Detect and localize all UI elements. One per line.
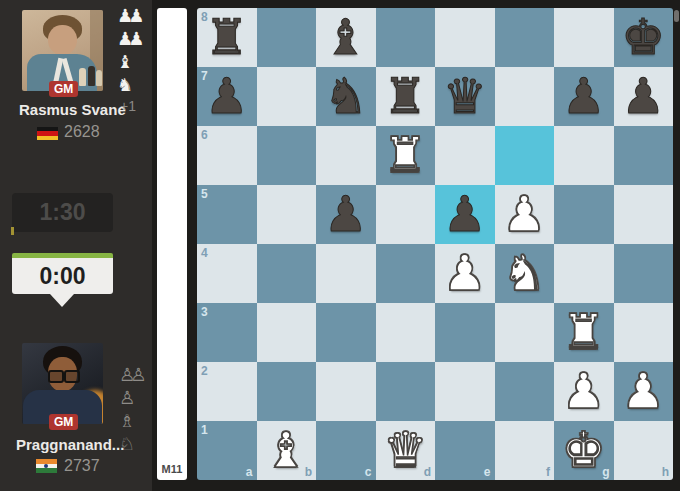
square-e2[interactable] (435, 362, 495, 421)
square-a1[interactable]: 1a (197, 421, 257, 480)
square-f5[interactable]: ♟ (495, 185, 555, 244)
square-b5[interactable] (257, 185, 317, 244)
piece-white-pawn[interactable]: ♟ (495, 185, 555, 244)
player-name-top: Rasmus Svane (19, 101, 126, 118)
square-c7[interactable]: ♞ (316, 67, 376, 126)
square-h5[interactable] (614, 185, 674, 244)
square-h3[interactable] (614, 303, 674, 362)
square-b6[interactable] (257, 126, 317, 185)
square-d8[interactable] (376, 8, 436, 67)
rank-label-6: 6 (201, 129, 208, 141)
piece-white-rook[interactable]: ♜ (554, 303, 614, 362)
player-title-badge-bottom: GM (49, 414, 78, 430)
board-panel: M11 8♜♝♚7♟♞♜♛♟♟6♜5♟♟♟4♟♞3♜2♟♟1ab♝cd♛efg♚… (152, 0, 680, 491)
piece-black-pawn[interactable]: ♟ (197, 67, 257, 126)
square-d6[interactable]: ♜ (376, 126, 436, 185)
square-a8[interactable]: 8♜ (197, 8, 257, 67)
captured-knight-icon: ♘ (119, 432, 146, 455)
file-label-c: c (365, 466, 372, 478)
piece-black-king[interactable]: ♚ (614, 8, 674, 67)
material-score: +1 (120, 98, 136, 114)
square-d1[interactable]: d♛ (376, 421, 436, 480)
square-f2[interactable] (495, 362, 555, 421)
piece-white-queen[interactable]: ♛ (376, 421, 436, 480)
square-g6[interactable] (554, 126, 614, 185)
square-g5[interactable] (554, 185, 614, 244)
square-a3[interactable]: 3 (197, 303, 257, 362)
glasses-decor (64, 370, 80, 383)
photo-decor (96, 70, 102, 86)
square-e5[interactable]: ♟ (435, 185, 495, 244)
clock-bottom: 0:00 (12, 253, 113, 294)
square-h7[interactable]: ♟ (614, 67, 674, 126)
square-d3[interactable] (376, 303, 436, 362)
square-f1[interactable]: f (495, 421, 555, 480)
square-b1[interactable]: b♝ (257, 421, 317, 480)
square-c2[interactable] (316, 362, 376, 421)
square-c5[interactable]: ♟ (316, 185, 376, 244)
square-a6[interactable]: 6 (197, 126, 257, 185)
square-e7[interactable]: ♛ (435, 67, 495, 126)
india-flag-icon (36, 459, 57, 473)
square-b2[interactable] (257, 362, 317, 421)
piece-black-pawn[interactable]: ♟ (554, 67, 614, 126)
player-rating-top: 2628 (64, 123, 100, 141)
square-f4[interactable]: ♞ (495, 244, 555, 303)
captured-pawn-icon: ♟♟ (117, 27, 144, 50)
captured-pieces-top: ♟♟♟♟♝♞ (117, 4, 144, 96)
piece-black-pawn[interactable]: ♟ (435, 185, 495, 244)
piece-white-knight[interactable]: ♞ (495, 244, 555, 303)
chess-board[interactable]: 8♜♝♚7♟♞♜♛♟♟6♜5♟♟♟4♟♞3♜2♟♟1ab♝cd♛efg♚h (197, 8, 673, 480)
piece-white-pawn[interactable]: ♟ (435, 244, 495, 303)
square-a7[interactable]: 7♟ (197, 67, 257, 126)
photo-decor (79, 68, 86, 86)
piece-black-pawn[interactable]: ♟ (316, 185, 376, 244)
piece-white-king[interactable]: ♚ (554, 421, 614, 480)
rank-label-2: 2 (201, 365, 208, 377)
clock-progress-tick (11, 227, 14, 235)
square-h6[interactable] (614, 126, 674, 185)
square-a2[interactable]: 2 (197, 362, 257, 421)
clock-top: 1:30 (12, 193, 113, 232)
captured-knight-icon: ♞ (117, 73, 144, 96)
rank-label-5: 5 (201, 188, 208, 200)
square-a4[interactable]: 4 (197, 244, 257, 303)
rank-label-1: 1 (201, 424, 208, 436)
square-g3[interactable]: ♜ (554, 303, 614, 362)
captured-pawn-icon: ♙ (119, 386, 146, 409)
eval-bar: M11 (157, 8, 187, 480)
square-d5[interactable] (376, 185, 436, 244)
square-e8[interactable] (435, 8, 495, 67)
square-c4[interactable] (316, 244, 376, 303)
square-d7[interactable]: ♜ (376, 67, 436, 126)
file-label-h: h (662, 466, 669, 478)
square-g7[interactable]: ♟ (554, 67, 614, 126)
square-c3[interactable] (316, 303, 376, 362)
captured-bishop-icon: ♝ (117, 50, 144, 73)
square-b8[interactable] (257, 8, 317, 67)
square-f3[interactable] (495, 303, 555, 362)
player-rating-bottom: 2737 (64, 457, 100, 475)
square-f7[interactable] (495, 67, 555, 126)
glasses-decor (48, 370, 64, 383)
player-title-badge-top: GM (49, 81, 78, 97)
piece-black-rook[interactable]: ♜ (197, 8, 257, 67)
square-h1[interactable]: h (614, 421, 674, 480)
eval-label: M11 (157, 463, 187, 475)
piece-white-pawn[interactable]: ♟ (554, 362, 614, 421)
captured-bishop-icon: ♗ (119, 409, 146, 432)
square-h4[interactable] (614, 244, 674, 303)
clock-bottom-time: 0:00 (12, 258, 113, 294)
scrollbar-thumb[interactable] (674, 10, 679, 22)
player-photo-bottom (22, 343, 103, 424)
clock-pointer (50, 294, 74, 307)
square-e4[interactable]: ♟ (435, 244, 495, 303)
square-d2[interactable] (376, 362, 436, 421)
piece-black-knight[interactable]: ♞ (316, 67, 376, 126)
piece-white-pawn[interactable]: ♟ (614, 362, 674, 421)
file-label-f: f (546, 466, 550, 478)
piece-white-rook[interactable]: ♜ (376, 126, 436, 185)
broadcast-app: GM Rasmus Svane 2628 ♟♟♟♟♝♞ +1 1:30 0:00… (0, 0, 680, 491)
square-g2[interactable]: ♟ (554, 362, 614, 421)
file-label-e: e (484, 466, 491, 478)
square-h2[interactable]: ♟ (614, 362, 674, 421)
square-c6[interactable] (316, 126, 376, 185)
file-label-a: a (246, 466, 253, 478)
captured-pieces-bottom: ♙♙♙♗♘ (119, 363, 146, 455)
piece-black-queen[interactable]: ♛ (435, 67, 495, 126)
square-g8[interactable] (554, 8, 614, 67)
square-g4[interactable] (554, 244, 614, 303)
piece-black-bishop[interactable]: ♝ (316, 8, 376, 67)
germany-flag-icon (37, 127, 58, 140)
square-e3[interactable] (435, 303, 495, 362)
square-c1[interactable]: c (316, 421, 376, 480)
square-d4[interactable] (376, 244, 436, 303)
square-a5[interactable]: 5 (197, 185, 257, 244)
square-b4[interactable] (257, 244, 317, 303)
photo-decor (88, 66, 95, 86)
photo-decor (48, 25, 77, 55)
square-b7[interactable] (257, 67, 317, 126)
rank-label-4: 4 (201, 247, 208, 259)
piece-black-pawn[interactable]: ♟ (614, 67, 674, 126)
square-f8[interactable] (495, 8, 555, 67)
player-name-bottom: Praggnanand... (16, 436, 124, 453)
square-h8[interactable]: ♚ (614, 8, 674, 67)
rank-label-3: 3 (201, 306, 208, 318)
captured-pawn-icon: ♙♙ (119, 363, 146, 386)
piece-white-bishop[interactable]: ♝ (257, 421, 317, 480)
player-photo-top (22, 10, 103, 91)
square-e6[interactable] (435, 126, 495, 185)
piece-black-rook[interactable]: ♜ (376, 67, 436, 126)
square-c8[interactable]: ♝ (316, 8, 376, 67)
clock-top-time: 1:30 (39, 199, 85, 225)
square-f6[interactable] (495, 126, 555, 185)
square-e1[interactable]: e (435, 421, 495, 480)
square-b3[interactable] (257, 303, 317, 362)
captured-pawn-icon: ♟♟ (117, 4, 144, 27)
square-g1[interactable]: g♚ (554, 421, 614, 480)
